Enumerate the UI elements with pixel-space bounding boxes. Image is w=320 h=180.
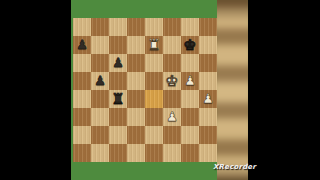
square-g6[interactable]: [181, 54, 199, 72]
square-h3[interactable]: [199, 108, 217, 126]
square-h7[interactable]: [199, 36, 217, 54]
square-g1[interactable]: [181, 144, 199, 162]
square-e4[interactable]: [145, 90, 163, 108]
white-rook[interactable]: ♜: [147, 36, 160, 54]
blurred-board-edge: [217, 0, 248, 180]
square-c4[interactable]: ♜: [109, 90, 127, 108]
black-pawn[interactable]: ♟: [76, 36, 88, 54]
square-a8[interactable]: [73, 18, 91, 36]
square-d4[interactable]: [127, 90, 145, 108]
square-f8[interactable]: [163, 18, 181, 36]
white-pawn[interactable]: ♟: [202, 90, 214, 108]
square-d6[interactable]: [127, 54, 145, 72]
square-f4[interactable]: [163, 90, 181, 108]
square-a3[interactable]: [73, 108, 91, 126]
square-c3[interactable]: [109, 108, 127, 126]
square-g8[interactable]: [181, 18, 199, 36]
square-g7[interactable]: ♚: [181, 36, 199, 54]
square-d8[interactable]: [127, 18, 145, 36]
square-c7[interactable]: [109, 36, 127, 54]
black-king[interactable]: ♚: [183, 36, 196, 54]
square-h5[interactable]: [199, 72, 217, 90]
black-pawn[interactable]: ♟: [94, 72, 106, 90]
square-h6[interactable]: [199, 54, 217, 72]
square-f7[interactable]: [163, 36, 181, 54]
square-c1[interactable]: [109, 144, 127, 162]
black-pawn[interactable]: ♟: [112, 54, 124, 72]
white-pawn[interactable]: ♟: [166, 108, 178, 126]
blurred-wood-strip: [217, 0, 248, 180]
video-thumbnail: ♟♜♚♟♟♚♟♜♟♟ XRecorder: [0, 0, 320, 180]
chess-board[interactable]: ♟♜♚♟♟♚♟♜♟♟: [73, 18, 217, 162]
square-c6[interactable]: ♟: [109, 54, 127, 72]
square-e3[interactable]: [145, 108, 163, 126]
square-a4[interactable]: [73, 90, 91, 108]
square-e8[interactable]: [145, 18, 163, 36]
square-g4[interactable]: [181, 90, 199, 108]
square-b3[interactable]: [91, 108, 109, 126]
square-a1[interactable]: [73, 144, 91, 162]
square-c5[interactable]: [109, 72, 127, 90]
square-d7[interactable]: [127, 36, 145, 54]
square-e7[interactable]: ♜: [145, 36, 163, 54]
square-h2[interactable]: [199, 126, 217, 144]
square-e2[interactable]: [145, 126, 163, 144]
square-c2[interactable]: [109, 126, 127, 144]
square-g2[interactable]: [181, 126, 199, 144]
xrecorder-watermark: XRecorder: [213, 163, 253, 171]
square-h4[interactable]: ♟: [199, 90, 217, 108]
square-a2[interactable]: [73, 126, 91, 144]
recording-frame: ♟♜♚♟♟♚♟♜♟♟ XRecorder: [71, 0, 248, 180]
square-d2[interactable]: [127, 126, 145, 144]
black-rook[interactable]: ♜: [111, 90, 124, 108]
square-b7[interactable]: [91, 36, 109, 54]
square-a7[interactable]: ♟: [73, 36, 91, 54]
square-g3[interactable]: [181, 108, 199, 126]
square-b5[interactable]: ♟: [91, 72, 109, 90]
square-e6[interactable]: [145, 54, 163, 72]
square-d1[interactable]: [127, 144, 145, 162]
square-a6[interactable]: [73, 54, 91, 72]
square-b2[interactable]: [91, 126, 109, 144]
square-h1[interactable]: [199, 144, 217, 162]
square-e5[interactable]: [145, 72, 163, 90]
square-c8[interactable]: [109, 18, 127, 36]
square-b6[interactable]: [91, 54, 109, 72]
square-b1[interactable]: [91, 144, 109, 162]
square-f1[interactable]: [163, 144, 181, 162]
square-f6[interactable]: [163, 54, 181, 72]
white-pawn[interactable]: ♟: [184, 72, 196, 90]
square-b4[interactable]: [91, 90, 109, 108]
white-king[interactable]: ♚: [165, 72, 178, 90]
square-a5[interactable]: [73, 72, 91, 90]
square-d5[interactable]: [127, 72, 145, 90]
square-h8[interactable]: [199, 18, 217, 36]
square-f2[interactable]: [163, 126, 181, 144]
square-d3[interactable]: [127, 108, 145, 126]
square-g5[interactable]: ♟: [181, 72, 199, 90]
square-b8[interactable]: [91, 18, 109, 36]
square-f3[interactable]: ♟: [163, 108, 181, 126]
square-e1[interactable]: [145, 144, 163, 162]
square-f5[interactable]: ♚: [163, 72, 181, 90]
